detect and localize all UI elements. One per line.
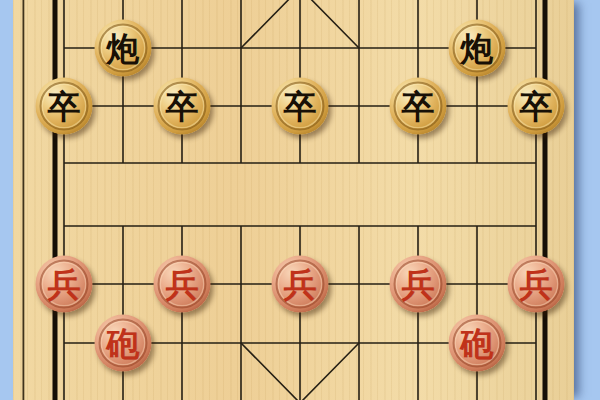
piece-glyph: 炮 xyxy=(461,32,494,65)
piece-black-soldier-3[interactable]: 卒 xyxy=(272,78,329,135)
piece-glyph: 兵 xyxy=(48,268,81,301)
piece-black-cannon-right[interactable]: 炮 xyxy=(449,20,506,77)
piece-glyph: 卒 xyxy=(520,90,553,123)
piece-glyph: 卒 xyxy=(48,90,81,123)
piece-glyph: 兵 xyxy=(166,268,199,301)
piece-black-soldier-1[interactable]: 卒 xyxy=(36,78,93,135)
piece-glyph: 卒 xyxy=(284,90,317,123)
piece-glyph: 兵 xyxy=(520,268,553,301)
app-background: 炮炮卒卒卒卒卒兵兵兵兵兵砲砲 xyxy=(0,0,600,400)
piece-red-soldier-3[interactable]: 兵 xyxy=(272,256,329,313)
piece-red-soldier-1[interactable]: 兵 xyxy=(36,256,93,313)
piece-red-cannon-right[interactable]: 砲 xyxy=(449,315,506,372)
piece-glyph: 卒 xyxy=(402,90,435,123)
piece-glyph: 兵 xyxy=(402,268,435,301)
piece-red-soldier-2[interactable]: 兵 xyxy=(154,256,211,313)
piece-glyph: 炮 xyxy=(107,32,140,65)
piece-black-soldier-2[interactable]: 卒 xyxy=(154,78,211,135)
piece-glyph: 兵 xyxy=(284,268,317,301)
piece-black-soldier-4[interactable]: 卒 xyxy=(390,78,447,135)
pieces-layer: 炮炮卒卒卒卒卒兵兵兵兵兵砲砲 xyxy=(0,0,600,400)
piece-glyph: 卒 xyxy=(166,90,199,123)
piece-black-cannon-left[interactable]: 炮 xyxy=(95,20,152,77)
piece-black-soldier-5[interactable]: 卒 xyxy=(508,78,565,135)
piece-red-soldier-4[interactable]: 兵 xyxy=(390,256,447,313)
piece-glyph: 砲 xyxy=(461,327,494,360)
piece-red-cannon-left[interactable]: 砲 xyxy=(95,315,152,372)
piece-red-soldier-5[interactable]: 兵 xyxy=(508,256,565,313)
piece-glyph: 砲 xyxy=(107,327,140,360)
